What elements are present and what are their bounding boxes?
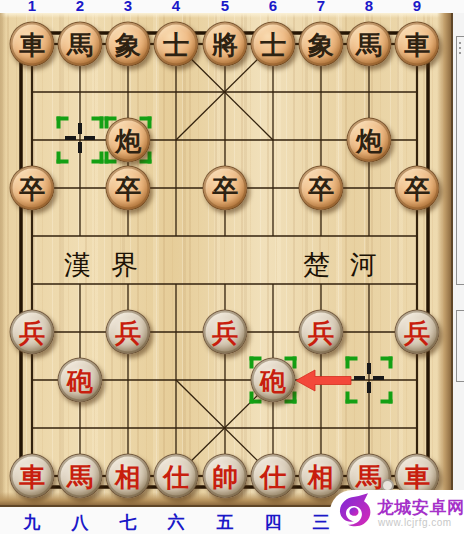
- panel-fragment-line: [456, 310, 464, 311]
- piece-red-6-10[interactable]: 仕: [251, 454, 296, 499]
- file-label-bottom-5: 五: [217, 511, 234, 534]
- piece-red-1-10[interactable]: 車: [10, 454, 55, 499]
- panel-fragment-line: [456, 284, 464, 285]
- piece-red-2-10[interactable]: 馬: [58, 454, 103, 499]
- piece-black-6-1[interactable]: 士: [251, 22, 296, 67]
- file-label-top-7: 7: [317, 0, 325, 13]
- piece-black-3-3[interactable]: 炮: [106, 118, 151, 163]
- piece-black-8-3[interactable]: 炮: [347, 118, 392, 163]
- right-panel-edge: [453, 13, 464, 534]
- file-label-bottom-3: 七: [120, 511, 137, 534]
- file-label-bottom-4: 六: [168, 511, 185, 534]
- dragon-logo-icon: [336, 492, 376, 532]
- piece-red-1-7[interactable]: 兵: [10, 310, 55, 355]
- piece-red-9-7[interactable]: 兵: [395, 310, 440, 355]
- panel-fragment-line: [456, 36, 457, 285]
- piece-black-9-1[interactable]: 車: [395, 22, 440, 67]
- piece-black-5-4[interactable]: 卒: [203, 166, 248, 211]
- crosshair-cursor-icon: [65, 123, 95, 157]
- panel-fragment-line: [456, 310, 457, 382]
- piece-red-5-10[interactable]: 帥: [203, 454, 248, 499]
- file-label-bottom-2: 八: [72, 511, 89, 534]
- piece-red-5-7[interactable]: 兵: [203, 310, 248, 355]
- panel-fragment-line: [456, 381, 464, 382]
- piece-black-8-1[interactable]: 馬: [347, 22, 392, 67]
- piece-black-1-1[interactable]: 車: [10, 22, 55, 67]
- file-label-top-8: 8: [365, 0, 373, 13]
- piece-black-4-1[interactable]: 士: [154, 22, 199, 67]
- file-label-bottom-6: 四: [265, 511, 282, 534]
- piece-red-7-7[interactable]: 兵: [299, 310, 344, 355]
- file-label-bottom-1: 九: [24, 511, 41, 534]
- file-label-top-4: 4: [172, 0, 180, 13]
- file-label-top-1: 1: [28, 0, 36, 13]
- piece-black-5-1[interactable]: 將: [203, 22, 248, 67]
- piece-black-9-4[interactable]: 卒: [395, 166, 440, 211]
- piece-black-3-1[interactable]: 象: [106, 22, 151, 67]
- piece-red-6-8[interactable]: 砲: [251, 358, 296, 403]
- river-label-hanjie: 漢界: [64, 247, 158, 283]
- piece-black-3-4[interactable]: 卒: [106, 166, 151, 211]
- piece-black-7-4[interactable]: 卒: [299, 166, 344, 211]
- piece-black-7-1[interactable]: 象: [299, 22, 344, 67]
- piece-black-2-1[interactable]: 馬: [58, 22, 103, 67]
- file-label-top-5: 5: [221, 0, 229, 13]
- file-label-top-9: 9: [413, 0, 421, 13]
- watermark-site-name: 龙城安卓网: [377, 496, 464, 519]
- piece-red-3-7[interactable]: 兵: [106, 310, 151, 355]
- file-label-bottom-7: 三: [313, 511, 330, 534]
- panel-dot: [459, 42, 461, 44]
- panel-dot: [459, 47, 461, 49]
- panel-dot: [459, 52, 461, 54]
- crosshair-cursor-icon: [354, 363, 384, 397]
- piece-red-7-10[interactable]: 相: [299, 454, 344, 499]
- watermark-site-url: www.lcjrfg.com: [378, 517, 452, 528]
- piece-red-3-10[interactable]: 相: [106, 454, 151, 499]
- watermark: 龙城安卓网 www.lcjrfg.com: [330, 490, 464, 534]
- move-arrow: [294, 368, 352, 397]
- panel-fragment-line: [456, 36, 464, 37]
- file-label-top-6: 6: [269, 0, 277, 13]
- piece-black-1-4[interactable]: 卒: [10, 166, 55, 211]
- file-label-top-3: 3: [124, 0, 132, 13]
- piece-red-4-10[interactable]: 仕: [154, 454, 199, 499]
- file-label-top-2: 2: [76, 0, 84, 13]
- river-label-chuhe: 楚河: [303, 247, 397, 283]
- top-coordinate-strip: 123456789: [0, 0, 464, 13]
- piece-red-2-8[interactable]: 砲: [58, 358, 103, 403]
- app-window: 漢界 楚河 123456789 九八七六五四三二一 龙城安卓网 www.lcjr…: [0, 0, 464, 534]
